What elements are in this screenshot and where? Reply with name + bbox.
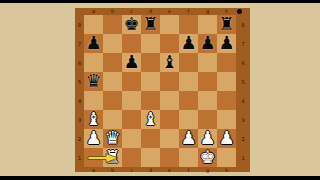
square-d8[interactable]: ♜: [141, 15, 160, 34]
coordinate-label: a: [84, 167, 103, 172]
square-g6[interactable]: [198, 53, 217, 72]
square-h2[interactable]: ♟: [217, 129, 236, 148]
coordinate-label: 5: [236, 72, 250, 91]
coordinate-label: g: [198, 8, 217, 15]
square-g5[interactable]: [198, 72, 217, 91]
square-f7[interactable]: ♟: [179, 34, 198, 53]
rank-labels-left: 87654321: [75, 15, 84, 167]
coordinate-label: e: [160, 167, 179, 172]
piece-black-pawn[interactable]: ♟: [198, 33, 217, 53]
coordinate-label: h: [217, 167, 236, 172]
square-g1[interactable]: ♚: [198, 148, 217, 167]
square-d1[interactable]: [141, 148, 160, 167]
coordinate-label: 2: [236, 129, 250, 148]
piece-white-pawn[interactable]: ♟: [179, 128, 198, 148]
piece-black-pawn[interactable]: ♟: [122, 52, 141, 72]
piece-black-queen[interactable]: ♛: [84, 71, 103, 91]
coordinate-label: 1: [75, 148, 84, 167]
square-b6[interactable]: [103, 53, 122, 72]
square-f1[interactable]: [179, 148, 198, 167]
square-g4[interactable]: [198, 91, 217, 110]
black-to-move-indicator: [237, 9, 242, 14]
arrow-shape: [88, 154, 118, 163]
square-d6[interactable]: [141, 53, 160, 72]
square-a5[interactable]: ♛: [84, 72, 103, 91]
coordinate-label: 3: [75, 110, 84, 129]
piece-black-rook[interactable]: ♜: [217, 14, 236, 34]
square-b8[interactable]: [103, 15, 122, 34]
piece-white-pawn[interactable]: ♟: [217, 128, 236, 148]
coordinate-label: d: [141, 167, 160, 172]
square-d2[interactable]: [141, 129, 160, 148]
square-d5[interactable]: [141, 72, 160, 91]
piece-black-bishop[interactable]: ♝: [160, 52, 179, 72]
square-d7[interactable]: [141, 34, 160, 53]
square-b5[interactable]: [103, 72, 122, 91]
square-c4[interactable]: [122, 91, 141, 110]
coordinate-label: 7: [236, 34, 250, 53]
piece-white-pawn[interactable]: ♟: [198, 128, 217, 148]
square-e3[interactable]: [160, 110, 179, 129]
file-labels-bottom: abcdefgh: [84, 167, 236, 172]
square-b7[interactable]: [103, 34, 122, 53]
square-e6[interactable]: ♝: [160, 53, 179, 72]
letterbox-bottom: [0, 176, 320, 180]
piece-white-bishop[interactable]: ♝: [84, 109, 103, 129]
coordinate-label: 4: [75, 91, 84, 110]
coordinate-label: 5: [75, 72, 84, 91]
square-f4[interactable]: [179, 91, 198, 110]
rank-labels-right: 87654321: [236, 15, 250, 167]
square-g7[interactable]: ♟: [198, 34, 217, 53]
coordinate-label: 4: [236, 91, 250, 110]
square-a2[interactable]: ♟: [84, 129, 103, 148]
coordinate-label: 8: [236, 15, 250, 34]
square-c2[interactable]: [122, 129, 141, 148]
square-e2[interactable]: [160, 129, 179, 148]
piece-black-pawn[interactable]: ♟: [84, 33, 103, 53]
square-a7[interactable]: ♟: [84, 34, 103, 53]
square-h6[interactable]: [217, 53, 236, 72]
coordinate-label: 6: [236, 53, 250, 72]
coordinate-label: 1: [236, 148, 250, 167]
coordinate-label: f: [179, 8, 198, 15]
coordinate-label: 6: [75, 53, 84, 72]
square-c8[interactable]: ♚: [122, 15, 141, 34]
square-e1[interactable]: [160, 148, 179, 167]
file-labels-top: abcdefgh: [84, 8, 236, 15]
piece-black-pawn[interactable]: ♟: [217, 33, 236, 53]
square-b4[interactable]: [103, 91, 122, 110]
square-c5[interactable]: [122, 72, 141, 91]
square-h7[interactable]: ♟: [217, 34, 236, 53]
square-f2[interactable]: ♟: [179, 129, 198, 148]
coordinate-label: f: [179, 167, 198, 172]
coordinate-label: 2: [75, 129, 84, 148]
piece-white-pawn[interactable]: ♟: [84, 128, 103, 148]
square-c1[interactable]: [122, 148, 141, 167]
square-d3[interactable]: ♝: [141, 110, 160, 129]
square-h5[interactable]: [217, 72, 236, 91]
square-h1[interactable]: [217, 148, 236, 167]
coordinate-label: a: [84, 8, 103, 15]
piece-white-king[interactable]: ♚: [198, 147, 217, 167]
board-grid[interactable]: ♚♜♜♟♟♟♟♟♝♛♝♝♟♛♟♟♟♜♚: [84, 15, 236, 167]
square-h4[interactable]: [217, 91, 236, 110]
piece-white-bishop[interactable]: ♝: [141, 109, 160, 129]
piece-black-pawn[interactable]: ♟: [179, 33, 198, 53]
square-c3[interactable]: [122, 110, 141, 129]
letterbox-top: [0, 0, 320, 3]
coordinate-label: b: [103, 8, 122, 15]
square-e8[interactable]: [160, 15, 179, 34]
square-c6[interactable]: ♟: [122, 53, 141, 72]
coordinate-label: c: [122, 167, 141, 172]
coordinate-label: e: [160, 8, 179, 15]
coordinate-label: 7: [75, 34, 84, 53]
piece-black-king[interactable]: ♚: [122, 14, 141, 34]
last-move-arrow: [86, 152, 120, 164]
square-f6[interactable]: [179, 53, 198, 72]
square-e4[interactable]: [160, 91, 179, 110]
video-frame: abcdefgh 87654321 ♚♜♜♟♟♟♟♟♝♛♝♝♟♛♟♟♟♜♚ 87…: [0, 0, 320, 180]
coordinate-label: g: [198, 167, 217, 172]
coordinate-label: b: [103, 167, 122, 172]
piece-black-rook[interactable]: ♜: [141, 14, 160, 34]
chess-board[interactable]: abcdefgh 87654321 ♚♜♜♟♟♟♟♟♝♛♝♝♟♛♟♟♟♜♚ 87…: [75, 8, 250, 172]
square-f5[interactable]: [179, 72, 198, 91]
coordinate-label: 8: [75, 15, 84, 34]
square-e5[interactable]: [160, 72, 179, 91]
coordinate-label: 3: [236, 110, 250, 129]
piece-white-queen[interactable]: ♛: [103, 128, 122, 148]
